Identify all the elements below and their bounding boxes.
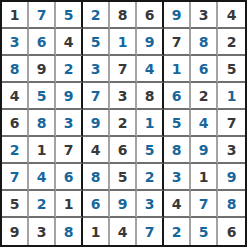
cell-r1c8-given[interactable]: 3 xyxy=(191,2,218,29)
cell-r4c7-entered[interactable]: 6 xyxy=(164,83,191,110)
cell-r5c5-given[interactable]: 2 xyxy=(110,110,137,137)
cell-r7c9-entered[interactable]: 9 xyxy=(218,164,245,191)
cell-r5c4-entered[interactable]: 9 xyxy=(83,110,110,137)
cell-r1c9-given[interactable]: 4 xyxy=(218,2,245,29)
cell-r2c2-entered[interactable]: 6 xyxy=(29,29,56,56)
cell-r8c4-entered[interactable]: 6 xyxy=(83,191,110,218)
cell-r2c5-entered[interactable]: 1 xyxy=(110,29,137,56)
cell-r3c7-entered[interactable]: 1 xyxy=(164,56,191,83)
cell-r2c4-entered[interactable]: 5 xyxy=(83,29,110,56)
cell-r7c5-given[interactable]: 5 xyxy=(110,164,137,191)
cell-r6c8-entered[interactable]: 9 xyxy=(191,137,218,164)
cell-r6c3-given[interactable]: 7 xyxy=(56,137,83,164)
cell-r4c9-entered[interactable]: 1 xyxy=(218,83,245,110)
cell-r5c8-entered[interactable]: 4 xyxy=(191,110,218,137)
cell-r8c6-entered[interactable]: 3 xyxy=(137,191,164,218)
cell-r8c9-entered[interactable]: 8 xyxy=(218,191,245,218)
cell-r9c5-given[interactable]: 4 xyxy=(110,218,137,245)
cell-r8c8-entered[interactable]: 7 xyxy=(191,191,218,218)
cell-r5c3-entered[interactable]: 3 xyxy=(56,110,83,137)
cell-r2c1-entered[interactable]: 3 xyxy=(2,29,29,56)
sudoku-app: 1752869343645197828923741654597386216839… xyxy=(0,0,250,250)
cell-r6c7-entered[interactable]: 8 xyxy=(164,137,191,164)
cell-r5c7-entered[interactable]: 5 xyxy=(164,110,191,137)
cell-r7c7-entered[interactable]: 3 xyxy=(164,164,191,191)
cell-r7c3-entered[interactable]: 6 xyxy=(56,164,83,191)
cell-r7c6-entered[interactable]: 2 xyxy=(137,164,164,191)
cell-r6c5-given[interactable]: 6 xyxy=(110,137,137,164)
cell-r1c2-entered[interactable]: 7 xyxy=(29,2,56,29)
cell-r3c4-entered[interactable]: 3 xyxy=(83,56,110,83)
cell-r8c5-entered[interactable]: 9 xyxy=(110,191,137,218)
cell-r4c1-given[interactable]: 4 xyxy=(2,83,29,110)
cell-r3c5-given[interactable]: 7 xyxy=(110,56,137,83)
cell-r9c1-given[interactable]: 9 xyxy=(2,218,29,245)
cell-r1c3-entered[interactable]: 5 xyxy=(56,2,83,29)
cell-r2c7-given[interactable]: 7 xyxy=(164,29,191,56)
cell-r7c1-entered[interactable]: 7 xyxy=(2,164,29,191)
cell-r8c3-given[interactable]: 1 xyxy=(56,191,83,218)
cell-r2c9-given[interactable]: 2 xyxy=(218,29,245,56)
cell-r2c6-entered[interactable]: 9 xyxy=(137,29,164,56)
cell-r9c9-given[interactable]: 6 xyxy=(218,218,245,245)
cell-r8c2-entered[interactable]: 2 xyxy=(29,191,56,218)
cell-r5c9-given[interactable]: 7 xyxy=(218,110,245,137)
cell-r6c9-given[interactable]: 3 xyxy=(218,137,245,164)
cell-r6c6-entered[interactable]: 5 xyxy=(137,137,164,164)
cell-r4c2-entered[interactable]: 5 xyxy=(29,83,56,110)
cell-r9c2-given[interactable]: 3 xyxy=(29,218,56,245)
cell-r5c1-given[interactable]: 6 xyxy=(2,110,29,137)
cell-r9c7-entered[interactable]: 2 xyxy=(164,218,191,245)
cell-r1c7-entered[interactable]: 9 xyxy=(164,2,191,29)
cell-r4c4-entered[interactable]: 7 xyxy=(83,83,110,110)
cell-r8c1-given[interactable]: 5 xyxy=(2,191,29,218)
cell-r3c9-given[interactable]: 5 xyxy=(218,56,245,83)
cell-r9c4-given[interactable]: 1 xyxy=(83,218,110,245)
cell-r1c6-given[interactable]: 6 xyxy=(137,2,164,29)
cell-r9c8-entered[interactable]: 5 xyxy=(191,218,218,245)
cell-r1c5-given[interactable]: 8 xyxy=(110,2,137,29)
cell-r3c8-entered[interactable]: 6 xyxy=(191,56,218,83)
cell-r6c4-given[interactable]: 4 xyxy=(83,137,110,164)
cell-r3c2-given[interactable]: 9 xyxy=(29,56,56,83)
cell-r3c1-entered[interactable]: 8 xyxy=(2,56,29,83)
cell-r3c6-entered[interactable]: 4 xyxy=(137,56,164,83)
cell-r6c2-given[interactable]: 1 xyxy=(29,137,56,164)
sudoku-board: 1752869343645197828923741654597386216839… xyxy=(0,0,247,247)
cell-r2c3-given[interactable]: 4 xyxy=(56,29,83,56)
cell-r3c3-entered[interactable]: 2 xyxy=(56,56,83,83)
cell-r9c6-entered[interactable]: 7 xyxy=(137,218,164,245)
cell-r4c5-given[interactable]: 3 xyxy=(110,83,137,110)
cell-r4c8-given[interactable]: 2 xyxy=(191,83,218,110)
cell-r1c4-entered[interactable]: 2 xyxy=(83,2,110,29)
cell-r7c8-given[interactable]: 1 xyxy=(191,164,218,191)
cell-r7c2-entered[interactable]: 4 xyxy=(29,164,56,191)
cell-r1c1-given[interactable]: 1 xyxy=(2,2,29,29)
cell-r5c2-entered[interactable]: 8 xyxy=(29,110,56,137)
cell-r4c3-entered[interactable]: 9 xyxy=(56,83,83,110)
cell-r8c7-given[interactable]: 4 xyxy=(164,191,191,218)
cell-r7c4-entered[interactable]: 8 xyxy=(83,164,110,191)
cell-r4c6-given[interactable]: 8 xyxy=(137,83,164,110)
cell-r9c3-entered[interactable]: 8 xyxy=(56,218,83,245)
cell-r6c1-entered[interactable]: 2 xyxy=(2,137,29,164)
cell-r2c8-entered[interactable]: 8 xyxy=(191,29,218,56)
cell-r5c6-entered[interactable]: 1 xyxy=(137,110,164,137)
